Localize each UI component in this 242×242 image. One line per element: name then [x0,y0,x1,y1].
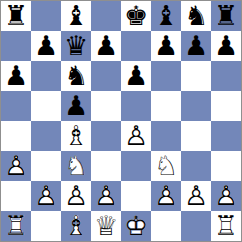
white-bishop-outline-glyph: ♗ [61,121,91,151]
square-f6[interactable] [151,61,181,91]
square-d2[interactable]: ♟♙ [91,181,121,211]
square-g2[interactable]: ♟♙ [181,181,211,211]
square-g8[interactable]: ♞ [181,1,211,31]
white-queen[interactable]: ♛♕ [91,211,121,241]
black-pawn[interactable]: ♟ [91,31,121,61]
black-bishop[interactable]: ♝ [151,1,181,31]
square-d5[interactable] [91,91,121,121]
square-d7[interactable]: ♟ [91,31,121,61]
black-pawn[interactable]: ♟ [211,31,241,61]
square-f2[interactable]: ♟♙ [151,181,181,211]
square-c4[interactable]: ♝♗ [61,121,91,151]
black-rook-glyph: ♜ [1,1,31,31]
black-knight[interactable]: ♞ [61,61,91,91]
black-king[interactable]: ♚ [121,1,151,31]
black-pawn-glyph: ♟ [181,31,211,61]
black-rook[interactable]: ♜ [1,1,31,31]
black-queen-glyph: ♛ [61,31,91,61]
square-a2[interactable] [1,181,31,211]
square-g6[interactable] [181,61,211,91]
black-pawn-glyph: ♟ [61,91,91,121]
square-b5[interactable] [31,91,61,121]
white-pawn-outline-glyph: ♙ [91,181,121,211]
black-pawn-glyph: ♟ [211,31,241,61]
black-pawn[interactable]: ♟ [151,31,181,61]
square-a8[interactable]: ♜ [1,1,31,31]
square-c7[interactable]: ♛ [61,31,91,61]
square-e4[interactable]: ♟♙ [121,121,151,151]
square-b6[interactable] [31,61,61,91]
black-bishop-glyph: ♝ [61,1,91,31]
square-h3[interactable] [211,151,241,181]
white-rook-outline-glyph: ♖ [211,211,241,241]
square-b1[interactable] [31,211,61,241]
square-g3[interactable] [181,151,211,181]
white-knight-outline-glyph: ♘ [151,151,181,181]
black-pawn[interactable]: ♟ [61,91,91,121]
white-king[interactable]: ♚♔ [121,211,151,241]
square-b7[interactable]: ♟ [31,31,61,61]
white-pawn[interactable]: ♟♙ [61,181,91,211]
white-pawn-outline-glyph: ♙ [121,121,151,151]
square-d1[interactable]: ♛♕ [91,211,121,241]
square-c2[interactable]: ♟♙ [61,181,91,211]
square-d8[interactable] [91,1,121,31]
black-knight-glyph: ♞ [181,1,211,31]
black-pawn-glyph: ♟ [31,31,61,61]
square-c3[interactable]: ♞♘ [61,151,91,181]
chess-board: ♜♝♚♝♞♜♟♛♟♟♟♟♟♞♟♟♝♗♟♙♟♙♞♘♞♘♟♙♟♙♟♙♟♙♟♙♟♙♜♖… [0,0,242,242]
black-queen[interactable]: ♛ [61,31,91,61]
black-knight[interactable]: ♞ [181,1,211,31]
white-rook[interactable]: ♜♖ [1,211,31,241]
square-f4[interactable] [151,121,181,151]
white-pawn-outline-glyph: ♙ [31,181,61,211]
square-h8[interactable]: ♜ [211,1,241,31]
square-d6[interactable] [91,61,121,91]
black-pawn-glyph: ♟ [91,31,121,61]
square-a7[interactable] [1,31,31,61]
square-e3[interactable] [121,151,151,181]
square-h4[interactable] [211,121,241,151]
square-e8[interactable]: ♚ [121,1,151,31]
square-g5[interactable] [181,91,211,121]
white-knight[interactable]: ♞♘ [151,151,181,181]
white-pawn[interactable]: ♟♙ [211,181,241,211]
white-pawn[interactable]: ♟♙ [151,181,181,211]
square-c6[interactable]: ♞ [61,61,91,91]
square-d4[interactable] [91,121,121,151]
square-g4[interactable] [181,121,211,151]
white-pawn-outline-glyph: ♙ [211,181,241,211]
black-pawn-glyph: ♟ [121,61,151,91]
white-queen-outline-glyph: ♕ [91,211,121,241]
white-knight-outline-glyph: ♘ [61,151,91,181]
black-bishop[interactable]: ♝ [61,1,91,31]
black-king-glyph: ♚ [121,1,151,31]
black-knight-glyph: ♞ [61,61,91,91]
black-pawn-glyph: ♟ [151,31,181,61]
square-e7[interactable] [121,31,151,61]
square-h1[interactable]: ♜♖ [211,211,241,241]
black-bishop-glyph: ♝ [151,1,181,31]
white-pawn[interactable]: ♟♙ [91,181,121,211]
square-h2[interactable]: ♟♙ [211,181,241,211]
black-rook-glyph: ♜ [211,1,241,31]
square-h6[interactable] [211,61,241,91]
square-e6[interactable]: ♟ [121,61,151,91]
white-pawn[interactable]: ♟♙ [181,181,211,211]
white-pawn-outline-glyph: ♙ [181,181,211,211]
white-king-outline-glyph: ♔ [121,211,151,241]
square-b2[interactable]: ♟♙ [31,181,61,211]
square-f3[interactable]: ♞♘ [151,151,181,181]
square-a6[interactable]: ♟ [1,61,31,91]
black-pawn[interactable]: ♟ [1,61,31,91]
white-pawn-outline-glyph: ♙ [1,151,31,181]
square-h7[interactable]: ♟ [211,31,241,61]
square-d3[interactable] [91,151,121,181]
white-bishop[interactable]: ♝♗ [61,211,91,241]
square-b8[interactable] [31,1,61,31]
square-e5[interactable] [121,91,151,121]
black-pawn[interactable]: ♟ [121,61,151,91]
black-pawn[interactable]: ♟ [31,31,61,61]
white-bishop-outline-glyph: ♗ [61,211,91,241]
white-pawn[interactable]: ♟♙ [121,121,151,151]
white-pawn[interactable]: ♟♙ [1,151,31,181]
square-a3[interactable]: ♟♙ [1,151,31,181]
square-h5[interactable] [211,91,241,121]
square-a5[interactable] [1,91,31,121]
white-rook[interactable]: ♜♖ [211,211,241,241]
black-rook[interactable]: ♜ [211,1,241,31]
black-pawn[interactable]: ♟ [181,31,211,61]
square-f7[interactable]: ♟ [151,31,181,61]
square-c8[interactable]: ♝ [61,1,91,31]
square-e2[interactable] [121,181,151,211]
black-pawn-glyph: ♟ [1,61,31,91]
white-rook-outline-glyph: ♖ [1,211,31,241]
square-g7[interactable]: ♟ [181,31,211,61]
square-b4[interactable] [31,121,61,151]
square-f8[interactable]: ♝ [151,1,181,31]
square-a1[interactable]: ♜♖ [1,211,31,241]
square-b3[interactable] [31,151,61,181]
square-c5[interactable]: ♟ [61,91,91,121]
white-bishop[interactable]: ♝♗ [61,121,91,151]
square-g1[interactable] [181,211,211,241]
square-f1[interactable] [151,211,181,241]
square-f5[interactable] [151,91,181,121]
white-knight[interactable]: ♞♘ [61,151,91,181]
white-pawn[interactable]: ♟♙ [31,181,61,211]
square-a4[interactable] [1,121,31,151]
white-pawn-outline-glyph: ♙ [61,181,91,211]
square-c1[interactable]: ♝♗ [61,211,91,241]
white-pawn-outline-glyph: ♙ [151,181,181,211]
square-e1[interactable]: ♚♔ [121,211,151,241]
